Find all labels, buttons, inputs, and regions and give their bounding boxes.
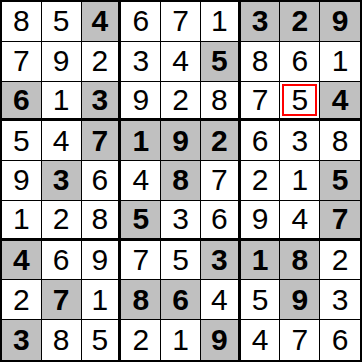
- cell-r3c9[interactable]: 4: [320, 82, 360, 122]
- cell-r2c2[interactable]: 9: [42, 42, 82, 82]
- cell-r5c9[interactable]: 5: [320, 161, 360, 201]
- cell-r7c3[interactable]: 9: [82, 241, 122, 281]
- cell-r5c7[interactable]: 2: [241, 161, 281, 201]
- cell-r1c3[interactable]: 4: [82, 2, 122, 42]
- cell-r6c5[interactable]: 3: [161, 201, 201, 241]
- cell-r8c9[interactable]: 3: [320, 280, 360, 320]
- cell-r9c4[interactable]: 2: [121, 320, 161, 360]
- cell-r5c5[interactable]: 8: [161, 161, 201, 201]
- cell-r9c3[interactable]: 5: [82, 320, 122, 360]
- cell-r7c9[interactable]: 2: [320, 241, 360, 281]
- cell-r2c3[interactable]: 2: [82, 42, 122, 82]
- cell-r3c6[interactable]: 8: [201, 82, 241, 122]
- cell-r3c4[interactable]: 9: [121, 82, 161, 122]
- cell-r4c7[interactable]: 6: [241, 121, 281, 161]
- cell-r6c7[interactable]: 9: [241, 201, 281, 241]
- cell-r1c2[interactable]: 5: [42, 2, 82, 42]
- cell-r4c9[interactable]: 8: [320, 121, 360, 161]
- cell-r1c8[interactable]: 2: [280, 2, 320, 42]
- cell-r4c1[interactable]: 5: [2, 121, 42, 161]
- cell-r7c7[interactable]: 1: [241, 241, 281, 281]
- cell-r6c2[interactable]: 2: [42, 201, 82, 241]
- cell-r8c6[interactable]: 4: [201, 280, 241, 320]
- cell-r5c6[interactable]: 7: [201, 161, 241, 201]
- cell-r9c1[interactable]: 3: [2, 320, 42, 360]
- cell-r6c8[interactable]: 4: [280, 201, 320, 241]
- cell-r4c2[interactable]: 4: [42, 121, 82, 161]
- cell-r4c5[interactable]: 9: [161, 121, 201, 161]
- cell-r2c4[interactable]: 3: [121, 42, 161, 82]
- cell-r7c1[interactable]: 4: [2, 241, 42, 281]
- cell-r6c1[interactable]: 1: [2, 201, 42, 241]
- cell-r3c2[interactable]: 1: [42, 82, 82, 122]
- cell-r3c1[interactable]: 6: [2, 82, 42, 122]
- cell-r7c4[interactable]: 7: [121, 241, 161, 281]
- cell-r2c1[interactable]: 7: [2, 42, 42, 82]
- cell-r5c4[interactable]: 4: [121, 161, 161, 201]
- cell-r5c1[interactable]: 9: [2, 161, 42, 201]
- cell-r1c6[interactable]: 1: [201, 2, 241, 42]
- cell-r9c7[interactable]: 4: [241, 320, 281, 360]
- cell-r6c9[interactable]: 7: [320, 201, 360, 241]
- cell-r8c5[interactable]: 6: [161, 280, 201, 320]
- cell-r2c8[interactable]: 6: [280, 42, 320, 82]
- cell-r9c2[interactable]: 8: [42, 320, 82, 360]
- cell-r3c3[interactable]: 3: [82, 82, 122, 122]
- cell-r1c7[interactable]: 3: [241, 2, 281, 42]
- cell-r4c6[interactable]: 2: [201, 121, 241, 161]
- cell-r2c5[interactable]: 4: [161, 42, 201, 82]
- cell-r3c8[interactable]: 5: [280, 82, 320, 122]
- cell-r7c2[interactable]: 6: [42, 241, 82, 281]
- cell-r9c6[interactable]: 9: [201, 320, 241, 360]
- cell-r6c6[interactable]: 6: [201, 201, 241, 241]
- cell-r8c2[interactable]: 7: [42, 280, 82, 320]
- cell-r9c8[interactable]: 7: [280, 320, 320, 360]
- cell-r2c9[interactable]: 1: [320, 42, 360, 82]
- cell-r7c6[interactable]: 3: [201, 241, 241, 281]
- cell-r6c3[interactable]: 8: [82, 201, 122, 241]
- cell-r2c6[interactable]: 5: [201, 42, 241, 82]
- cell-r2c7[interactable]: 8: [241, 42, 281, 82]
- cell-r9c9[interactable]: 6: [320, 320, 360, 360]
- cell-r8c7[interactable]: 5: [241, 280, 281, 320]
- cell-r4c3[interactable]: 7: [82, 121, 122, 161]
- cell-r5c8[interactable]: 1: [280, 161, 320, 201]
- cell-r8c3[interactable]: 1: [82, 280, 122, 320]
- cell-r1c4[interactable]: 6: [121, 2, 161, 42]
- cell-r1c5[interactable]: 7: [161, 2, 201, 42]
- cell-r6c4[interactable]: 5: [121, 201, 161, 241]
- cell-r8c1[interactable]: 2: [2, 280, 42, 320]
- cell-r5c3[interactable]: 6: [82, 161, 122, 201]
- cell-r7c8[interactable]: 8: [280, 241, 320, 281]
- cell-r1c1[interactable]: 8: [2, 2, 42, 42]
- cell-r8c8[interactable]: 9: [280, 280, 320, 320]
- cell-r3c7[interactable]: 7: [241, 82, 281, 122]
- cell-r1c9[interactable]: 9: [320, 2, 360, 42]
- cell-r4c8[interactable]: 3: [280, 121, 320, 161]
- cell-r8c4[interactable]: 8: [121, 280, 161, 320]
- sudoku-board: 8546713297923458616139287545471926389364…: [0, 0, 362, 362]
- cell-r7c5[interactable]: 5: [161, 241, 201, 281]
- cell-r9c5[interactable]: 1: [161, 320, 201, 360]
- cell-r3c5[interactable]: 2: [161, 82, 201, 122]
- cell-r4c4[interactable]: 1: [121, 121, 161, 161]
- cell-r5c2[interactable]: 3: [42, 161, 82, 201]
